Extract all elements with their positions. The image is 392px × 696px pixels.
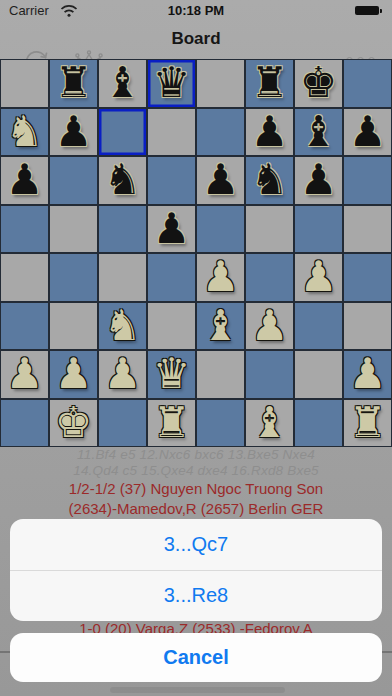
square-f4[interactable] bbox=[245, 253, 294, 302]
square-d6[interactable] bbox=[147, 156, 196, 205]
piece-white-pawn: ♟ bbox=[104, 351, 142, 397]
piece-black-rook: ♜ bbox=[55, 60, 93, 106]
piece-white-knight: ♞ bbox=[6, 109, 44, 155]
square-d2[interactable]: ♛ bbox=[147, 350, 196, 399]
nav-bar: Board bbox=[0, 20, 392, 59]
square-h7[interactable]: ♟ bbox=[343, 108, 392, 157]
square-e4[interactable]: ♟ bbox=[196, 253, 245, 302]
square-d8[interactable]: ♛ bbox=[147, 59, 196, 108]
square-e3[interactable]: ♝ bbox=[196, 302, 245, 351]
square-f8[interactable]: ♜ bbox=[245, 59, 294, 108]
piece-white-pawn: ♟ bbox=[300, 254, 338, 300]
square-b7[interactable]: ♟ bbox=[49, 108, 98, 157]
square-e2[interactable] bbox=[196, 350, 245, 399]
variation-option-qc7[interactable]: 3...Qc7 bbox=[10, 519, 382, 570]
square-h8[interactable] bbox=[343, 59, 392, 108]
piece-white-king: ♚ bbox=[55, 400, 93, 446]
square-e6[interactable]: ♟ bbox=[196, 156, 245, 205]
square-h3[interactable] bbox=[343, 302, 392, 351]
square-f2[interactable] bbox=[245, 350, 294, 399]
piece-black-knight: ♞ bbox=[104, 157, 142, 203]
piece-black-bishop: ♝ bbox=[300, 109, 338, 155]
square-h5[interactable] bbox=[343, 205, 392, 254]
square-e8[interactable] bbox=[196, 59, 245, 108]
square-d1[interactable]: ♜ bbox=[147, 399, 196, 448]
square-d5[interactable]: ♟ bbox=[147, 205, 196, 254]
piece-black-pawn: ♟ bbox=[6, 157, 44, 203]
square-a3[interactable] bbox=[0, 302, 49, 351]
piece-black-pawn: ♟ bbox=[202, 157, 240, 203]
square-d4[interactable] bbox=[147, 253, 196, 302]
game-result-line: (2634)-Mamedov,R (2657) Berlin GER bbox=[0, 499, 392, 519]
square-b5[interactable] bbox=[49, 205, 98, 254]
notation-panel: 11.Bf4 e5 12.Nxc6 bxc6 13.Bxe5 Nxe4 14.Q… bbox=[0, 447, 392, 519]
square-f1[interactable]: ♝ bbox=[245, 399, 294, 448]
square-a7[interactable]: ♞ bbox=[0, 108, 49, 157]
square-g2[interactable] bbox=[294, 350, 343, 399]
piece-white-bishop: ♝ bbox=[202, 303, 240, 349]
square-b6[interactable] bbox=[49, 156, 98, 205]
battery-icon bbox=[355, 6, 379, 15]
square-g5[interactable] bbox=[294, 205, 343, 254]
dimmed-text-artifact bbox=[110, 687, 285, 693]
moves-line: 11.Bf4 e5 12.Nxc6 bxc6 13.Bxe5 Nxe4 bbox=[0, 447, 392, 463]
piece-black-queen: ♛ bbox=[153, 60, 191, 106]
square-b8[interactable]: ♜ bbox=[49, 59, 98, 108]
square-c6[interactable]: ♞ bbox=[98, 156, 147, 205]
piece-black-rook: ♜ bbox=[251, 60, 289, 106]
square-a1[interactable] bbox=[0, 399, 49, 448]
status-bar: Carrier 10:18 PM bbox=[0, 0, 392, 20]
piece-black-bishop: ♝ bbox=[104, 60, 142, 106]
square-g6[interactable]: ♟ bbox=[294, 156, 343, 205]
piece-white-knight: ♞ bbox=[104, 303, 142, 349]
piece-black-king: ♚ bbox=[300, 60, 338, 106]
action-sheet: 3...Qc7 3...Re8 bbox=[10, 519, 382, 621]
square-a5[interactable] bbox=[0, 205, 49, 254]
square-g7[interactable]: ♝ bbox=[294, 108, 343, 157]
square-h4[interactable] bbox=[343, 253, 392, 302]
square-h2[interactable]: ♟ bbox=[343, 350, 392, 399]
piece-white-queen: ♛ bbox=[153, 351, 191, 397]
piece-black-pawn: ♟ bbox=[153, 206, 191, 252]
square-b1[interactable]: ♚ bbox=[49, 399, 98, 448]
chess-board: ♜♝♛♜♚♞♟♟♝♟♟♞♟♞♟♟♟♟♞♝♟♟♟♟♛♟♚♜♝♜ bbox=[0, 59, 392, 447]
square-f6[interactable]: ♞ bbox=[245, 156, 294, 205]
piece-black-pawn: ♟ bbox=[55, 109, 93, 155]
piece-white-pawn: ♟ bbox=[349, 351, 387, 397]
square-e5[interactable] bbox=[196, 205, 245, 254]
square-c3[interactable]: ♞ bbox=[98, 302, 147, 351]
moves-line: 14.Qd4 c5 15.Qxe4 dxe4 16.Rxd8 Bxe5 bbox=[0, 463, 392, 479]
variation-option-re8[interactable]: 3...Re8 bbox=[10, 570, 382, 622]
square-h6[interactable] bbox=[343, 156, 392, 205]
piece-black-knight: ♞ bbox=[251, 157, 289, 203]
square-c4[interactable] bbox=[98, 253, 147, 302]
piece-white-pawn: ♟ bbox=[55, 351, 93, 397]
app-screen: Carrier 10:18 PM bbox=[0, 0, 392, 696]
square-d7[interactable] bbox=[147, 108, 196, 157]
square-d3[interactable] bbox=[147, 302, 196, 351]
game-result-line: 1/2-1/2 (37) Nguyen Ngoc Truong Son bbox=[0, 479, 392, 499]
piece-black-pawn: ♟ bbox=[349, 109, 387, 155]
square-b3[interactable] bbox=[49, 302, 98, 351]
page-title: Board bbox=[0, 29, 392, 49]
square-a4[interactable] bbox=[0, 253, 49, 302]
square-b4[interactable] bbox=[49, 253, 98, 302]
piece-black-pawn: ♟ bbox=[251, 109, 289, 155]
square-c1[interactable] bbox=[98, 399, 147, 448]
square-b2[interactable]: ♟ bbox=[49, 350, 98, 399]
square-a8[interactable] bbox=[0, 59, 49, 108]
square-h1[interactable]: ♜ bbox=[343, 399, 392, 448]
square-g4[interactable]: ♟ bbox=[294, 253, 343, 302]
cancel-button[interactable]: Cancel bbox=[10, 633, 382, 682]
square-c8[interactable]: ♝ bbox=[98, 59, 147, 108]
piece-white-pawn: ♟ bbox=[6, 351, 44, 397]
square-c5[interactable] bbox=[98, 205, 147, 254]
piece-black-pawn: ♟ bbox=[300, 157, 338, 203]
square-e1[interactable] bbox=[196, 399, 245, 448]
piece-white-pawn: ♟ bbox=[202, 254, 240, 300]
clock: 10:18 PM bbox=[0, 3, 392, 18]
square-c2[interactable]: ♟ bbox=[98, 350, 147, 399]
square-g8[interactable]: ♚ bbox=[294, 59, 343, 108]
square-a6[interactable]: ♟ bbox=[0, 156, 49, 205]
square-c7[interactable] bbox=[98, 108, 147, 157]
square-g1[interactable] bbox=[294, 399, 343, 448]
piece-white-bishop: ♝ bbox=[251, 400, 289, 446]
square-f3[interactable]: ♟ bbox=[245, 302, 294, 351]
piece-white-rook: ♜ bbox=[153, 400, 191, 446]
piece-white-rook: ♜ bbox=[349, 400, 387, 446]
square-g3[interactable] bbox=[294, 302, 343, 351]
square-f5[interactable] bbox=[245, 205, 294, 254]
square-e7[interactable] bbox=[196, 108, 245, 157]
square-f7[interactable]: ♟ bbox=[245, 108, 294, 157]
square-a2[interactable]: ♟ bbox=[0, 350, 49, 399]
piece-white-pawn: ♟ bbox=[251, 303, 289, 349]
